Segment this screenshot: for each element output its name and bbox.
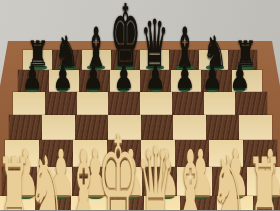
chess-photo-scene: ♜♞♝♚♛♝♞♜♟♟♟♟♟♟♟♟♟♟♟♟♟♟♟♟♜♞♝♚♛♝♞♜ — [0, 0, 280, 210]
black-pawn[interactable]: ♟ — [210, 66, 270, 90]
white-rook[interactable]: ♜ — [235, 157, 280, 211]
pieces-layer: ♜♞♝♚♛♝♞♜♟♟♟♟♟♟♟♟♟♟♟♟♟♟♟♟♜♞♝♚♛♝♞♜ — [0, 0, 280, 210]
